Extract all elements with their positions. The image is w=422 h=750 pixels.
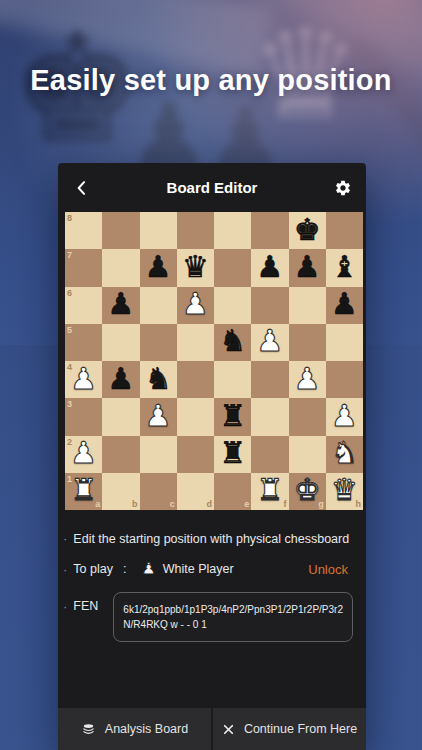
square-b6[interactable]: ♟: [102, 287, 139, 324]
analysis-board-label: Analysis Board: [105, 722, 188, 736]
square-d1[interactable]: d: [177, 473, 214, 510]
file-label-d: d: [207, 500, 213, 509]
edit-hint-row: · Edit the starting position with physic…: [63, 531, 358, 546]
to-play-label: To play: [73, 562, 113, 576]
white-pawn[interactable]: ♟: [256, 326, 283, 356]
black-pawn[interactable]: ♟: [145, 252, 172, 282]
square-b5[interactable]: [102, 324, 139, 361]
square-h5[interactable]: [326, 324, 363, 361]
black-pawn[interactable]: ♟: [331, 289, 358, 319]
fen-label: FEN: [73, 599, 98, 613]
square-d3[interactable]: [177, 398, 214, 435]
square-f8[interactable]: [251, 212, 288, 249]
square-b2[interactable]: [102, 436, 139, 473]
black-pawn[interactable]: ♟: [256, 252, 283, 282]
square-e5[interactable]: ♞: [214, 324, 251, 361]
black-knight[interactable]: ♞: [145, 364, 172, 394]
layers-icon: [81, 722, 96, 737]
black-king[interactable]: ♚: [294, 215, 321, 245]
square-e2[interactable]: ♜: [214, 436, 251, 473]
square-f5[interactable]: ♟: [251, 324, 288, 361]
info-section: · Edit the starting position with physic…: [58, 531, 366, 642]
square-e3[interactable]: ♜: [214, 398, 251, 435]
white-pawn[interactable]: ♟: [70, 364, 97, 394]
square-c6[interactable]: [140, 287, 177, 324]
square-d4[interactable]: [177, 361, 214, 398]
to-play-row: · To play : ♟ White Player Unlock: [63, 561, 358, 577]
to-play-value[interactable]: White Player: [163, 562, 234, 576]
square-c5[interactable]: [140, 324, 177, 361]
square-e7[interactable]: [214, 249, 251, 286]
square-f2[interactable]: [251, 436, 288, 473]
square-a4[interactable]: 4♟: [65, 361, 102, 398]
black-pawn[interactable]: ♟: [107, 289, 134, 319]
square-g8[interactable]: ♚: [289, 212, 326, 249]
square-g4[interactable]: ♟: [289, 361, 326, 398]
square-c2[interactable]: [140, 436, 177, 473]
rank-label-3: 3: [67, 400, 72, 409]
black-rook[interactable]: ♜: [219, 401, 246, 431]
app-bar: Board Editor: [58, 163, 366, 212]
square-h6[interactable]: ♟: [326, 287, 363, 324]
fen-row: · FEN 6k1/2pq1ppb/1p1P3p/4nP2/Ppn3P1/2P1…: [63, 592, 358, 642]
square-d5[interactable]: [177, 324, 214, 361]
analysis-board-button[interactable]: Analysis Board: [58, 708, 211, 750]
square-b8[interactable]: [102, 212, 139, 249]
bullet: ·: [63, 531, 67, 546]
white-rook[interactable]: ♜: [70, 475, 97, 505]
square-f3[interactable]: [251, 398, 288, 435]
file-label-b: b: [132, 500, 138, 509]
file-label-f: f: [284, 500, 287, 509]
square-d2[interactable]: [177, 436, 214, 473]
black-bishop[interactable]: ♝: [331, 252, 358, 282]
square-a7[interactable]: 7: [65, 249, 102, 286]
square-f1[interactable]: f♜: [251, 473, 288, 510]
square-b1[interactable]: b: [102, 473, 139, 510]
square-g2[interactable]: [289, 436, 326, 473]
screenshot-root: ♚ ♟ ♟ ♛ Easily set up any position Board…: [0, 0, 422, 750]
black-pawn[interactable]: ♟: [294, 252, 321, 282]
continue-from-here-label: Continue From Here: [244, 722, 357, 736]
square-a5[interactable]: 5: [65, 324, 102, 361]
edit-hint-text: Edit the starting position with physical…: [73, 532, 349, 546]
square-e6[interactable]: [214, 287, 251, 324]
white-pawn[interactable]: ♟: [182, 289, 209, 319]
square-a8[interactable]: 8: [65, 212, 102, 249]
file-label-c: c: [170, 500, 175, 509]
to-play-colon: :: [123, 562, 126, 576]
white-knight[interactable]: ♞: [331, 438, 358, 468]
chess-board: 8♚7♟♛♟♟♝6♟♟♟5♞♟4♟♟♞♟3♟♜♟2♟♜♞1a♜bcdef♜g♚h…: [65, 212, 363, 510]
square-g3[interactable]: [289, 398, 326, 435]
bullet: ·: [63, 599, 67, 614]
square-a2[interactable]: 2♟: [65, 436, 102, 473]
white-rook[interactable]: ♜: [256, 475, 283, 505]
square-c1[interactable]: c: [140, 473, 177, 510]
square-d6[interactable]: ♟: [177, 287, 214, 324]
bullet: ·: [63, 562, 67, 577]
square-b4[interactable]: ♟: [102, 361, 139, 398]
page-title: Board Editor: [58, 179, 366, 196]
rank-label-5: 5: [67, 326, 72, 335]
square-b3[interactable]: [102, 398, 139, 435]
square-c7[interactable]: ♟: [140, 249, 177, 286]
square-f7[interactable]: ♟: [251, 249, 288, 286]
white-pawn[interactable]: ♟: [70, 438, 97, 468]
continue-from-here-button[interactable]: Continue From Here: [213, 708, 366, 750]
black-knight[interactable]: ♞: [219, 326, 246, 356]
rank-label-6: 6: [67, 289, 72, 298]
back-button[interactable]: [72, 178, 92, 198]
square-h7[interactable]: ♝: [326, 249, 363, 286]
fen-input[interactable]: 6k1/2pq1ppb/1p1P3p/4nP2/Ppn3P1/2P1r2P/P3…: [113, 592, 353, 642]
square-c3[interactable]: ♟: [140, 398, 177, 435]
black-queen[interactable]: ♛: [182, 252, 209, 282]
black-rook[interactable]: ♜: [219, 438, 246, 468]
square-g7[interactable]: ♟: [289, 249, 326, 286]
square-h3[interactable]: ♟: [326, 398, 363, 435]
square-e1[interactable]: e: [214, 473, 251, 510]
square-d8[interactable]: [177, 212, 214, 249]
white-pawn[interactable]: ♟: [145, 401, 172, 431]
file-label-e: e: [244, 500, 249, 509]
unlock-button[interactable]: Unlock: [308, 562, 348, 577]
square-a6[interactable]: 6: [65, 287, 102, 324]
black-pawn[interactable]: ♟: [107, 364, 134, 394]
square-f6[interactable]: [251, 287, 288, 324]
white-pawn[interactable]: ♟: [294, 364, 321, 394]
square-h2[interactable]: ♞: [326, 436, 363, 473]
square-h1[interactable]: h♛: [326, 473, 363, 510]
square-g5[interactable]: [289, 324, 326, 361]
square-c4[interactable]: ♞: [140, 361, 177, 398]
square-e8[interactable]: [214, 212, 251, 249]
hero-title: Easily set up any position: [0, 64, 422, 97]
white-king[interactable]: ♚: [294, 475, 321, 505]
gear-icon: [334, 179, 352, 197]
board-editor-app: Board Editor 8♚7♟♛♟♟♝6♟♟♟5♞♟4♟♟♞♟3♟♜♟2♟♜…: [58, 163, 366, 750]
square-h4[interactable]: [326, 361, 363, 398]
settings-button[interactable]: [334, 179, 352, 197]
square-d7[interactable]: ♛: [177, 249, 214, 286]
white-pawn-icon: ♟: [141, 561, 155, 577]
square-e4[interactable]: [214, 361, 251, 398]
rank-label-7: 7: [67, 251, 72, 260]
square-g6[interactable]: [289, 287, 326, 324]
square-b7[interactable]: [102, 249, 139, 286]
x-icon: [222, 723, 235, 736]
chevron-left-icon: [72, 178, 92, 198]
square-a1[interactable]: 1a♜: [65, 473, 102, 510]
square-c8[interactable]: [140, 212, 177, 249]
white-queen[interactable]: ♛: [331, 475, 358, 505]
square-a3[interactable]: 3: [65, 398, 102, 435]
footer-bar: Analysis Board Continue From Here: [58, 708, 366, 750]
square-f4[interactable]: [251, 361, 288, 398]
rank-label-8: 8: [67, 214, 72, 223]
white-pawn[interactable]: ♟: [331, 401, 358, 431]
square-g1[interactable]: g♚: [289, 473, 326, 510]
square-h8[interactable]: [326, 212, 363, 249]
